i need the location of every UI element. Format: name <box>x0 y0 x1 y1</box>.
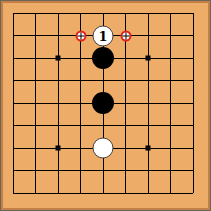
intersection[interactable] <box>47 182 70 205</box>
marker-line-v <box>125 32 126 39</box>
intersection[interactable] <box>24 114 47 137</box>
grid-line-v <box>35 92 36 115</box>
grid-line-v <box>125 92 126 115</box>
grid-line-v <box>58 159 59 182</box>
grid-line-h <box>13 170 24 171</box>
intersection[interactable] <box>137 2 160 25</box>
intersection[interactable] <box>182 159 205 182</box>
grid-line-v <box>58 69 59 92</box>
intersection[interactable] <box>24 92 47 115</box>
black-stone[interactable] <box>92 47 114 69</box>
intersection[interactable] <box>92 92 115 115</box>
intersection[interactable] <box>159 69 182 92</box>
grid-line-v <box>148 182 149 193</box>
intersection[interactable] <box>159 92 182 115</box>
intersection[interactable] <box>69 2 92 25</box>
intersection[interactable] <box>92 47 115 70</box>
grid-line-v <box>58 182 59 193</box>
intersection[interactable] <box>24 2 47 25</box>
intersection[interactable] <box>159 137 182 160</box>
grid-line-h <box>13 103 24 104</box>
board-grid: 1 <box>2 2 205 205</box>
grid-line-h <box>182 103 193 104</box>
intersection[interactable] <box>2 137 25 160</box>
intersection[interactable] <box>182 137 205 160</box>
intersection[interactable] <box>159 159 182 182</box>
grid-line-v <box>148 13 149 24</box>
intersection[interactable] <box>92 137 115 160</box>
grid-line-v <box>170 137 171 160</box>
intersection[interactable] <box>114 92 137 115</box>
intersection[interactable] <box>92 69 115 92</box>
grid-line-h <box>13 35 24 36</box>
grid-line-v <box>35 114 36 137</box>
intersection[interactable] <box>24 69 47 92</box>
grid-line-v <box>193 24 194 47</box>
grid-line-v <box>148 92 149 115</box>
intersection[interactable] <box>69 137 92 160</box>
intersection[interactable] <box>2 2 25 25</box>
grid-line-v <box>80 92 81 115</box>
intersection[interactable] <box>2 24 25 47</box>
intersection[interactable] <box>137 47 160 70</box>
grid-line-h <box>182 58 193 59</box>
grid-line-v <box>80 13 81 24</box>
grid-line-v <box>103 182 104 193</box>
intersection[interactable] <box>24 137 47 160</box>
intersection[interactable]: 1 <box>92 24 115 47</box>
intersection[interactable] <box>47 69 70 92</box>
grid-line-h <box>182 80 193 81</box>
intersection[interactable] <box>114 137 137 160</box>
intersection[interactable] <box>182 2 205 25</box>
intersection[interactable] <box>114 159 137 182</box>
grid-line-v <box>13 137 14 160</box>
grid-line-v <box>80 47 81 70</box>
intersection[interactable] <box>69 24 92 47</box>
intersection[interactable] <box>2 47 25 70</box>
grid-line-v <box>148 69 149 92</box>
grid-line-v <box>193 182 194 193</box>
intersection[interactable] <box>92 182 115 205</box>
intersection[interactable] <box>182 92 205 115</box>
intersection[interactable] <box>182 24 205 47</box>
intersection[interactable] <box>137 24 160 47</box>
intersection[interactable] <box>69 69 92 92</box>
grid-line-v <box>125 13 126 24</box>
grid-line-v <box>148 114 149 137</box>
grid-line-v <box>148 159 149 182</box>
grid-line-v <box>35 137 36 160</box>
grid-line-h <box>182 170 193 171</box>
grid-line-v <box>13 13 14 24</box>
grid-line-h <box>13 148 24 149</box>
grid-line-v <box>80 114 81 137</box>
go-board: 1 <box>0 0 211 211</box>
grid-line-v <box>125 137 126 160</box>
grid-line-v <box>13 182 14 193</box>
grid-line-v <box>13 69 14 92</box>
grid-line-v <box>170 114 171 137</box>
intersection[interactable] <box>182 182 205 205</box>
intersection[interactable] <box>137 159 160 182</box>
grid-line-h <box>182 125 193 126</box>
grid-line-v <box>58 24 59 47</box>
intersection[interactable] <box>159 47 182 70</box>
grid-line-v <box>125 47 126 70</box>
intersection[interactable] <box>159 182 182 205</box>
intersection[interactable] <box>69 92 92 115</box>
intersection[interactable] <box>182 114 205 137</box>
grid-line-v <box>193 92 194 115</box>
grid-line-h <box>182 148 193 149</box>
intersection[interactable] <box>2 92 25 115</box>
intersection[interactable] <box>159 24 182 47</box>
intersection[interactable] <box>92 114 115 137</box>
grid-line-v <box>35 69 36 92</box>
intersection[interactable] <box>47 137 70 160</box>
intersection[interactable] <box>69 159 92 182</box>
grid-line-v <box>193 47 194 70</box>
grid-line-h <box>182 13 193 14</box>
star-point <box>146 146 151 151</box>
grid-line-v <box>193 159 194 182</box>
grid-line-h <box>13 125 24 126</box>
grid-line-v <box>148 24 149 47</box>
intersection[interactable] <box>47 114 70 137</box>
intersection[interactable] <box>2 159 25 182</box>
intersection[interactable] <box>69 114 92 137</box>
intersection[interactable] <box>92 159 115 182</box>
grid-line-v <box>80 182 81 193</box>
grid-line-v <box>103 13 104 24</box>
grid-line-v <box>80 137 81 160</box>
intersection[interactable] <box>24 182 47 205</box>
grid-line-v <box>193 114 194 137</box>
intersection[interactable] <box>114 47 137 70</box>
grid-line-v <box>35 182 36 193</box>
grid-line-v <box>103 114 104 137</box>
grid-line-v <box>35 159 36 182</box>
grid-line-v <box>193 69 194 92</box>
intersection[interactable] <box>137 69 160 92</box>
grid-line-h <box>13 193 24 194</box>
grid-line-v <box>170 92 171 115</box>
intersection[interactable] <box>2 182 25 205</box>
grid-line-h <box>182 35 193 36</box>
stone-label: 1 <box>98 29 107 42</box>
star-point <box>56 146 61 151</box>
intersection[interactable] <box>69 47 92 70</box>
grid-line-v <box>170 159 171 182</box>
grid-line-v <box>170 47 171 70</box>
grid-line-v <box>125 69 126 92</box>
intersection[interactable] <box>114 2 137 25</box>
grid-line-v <box>58 114 59 137</box>
grid-line-v <box>13 47 14 70</box>
star-point <box>146 56 151 61</box>
grid-line-h <box>13 58 24 59</box>
intersection[interactable] <box>24 47 47 70</box>
grid-line-v <box>13 114 14 137</box>
marker-line-v <box>80 32 81 39</box>
circle-marker <box>75 30 86 41</box>
grid-line-v <box>58 13 59 24</box>
grid-line-v <box>35 47 36 70</box>
grid-line-v <box>80 159 81 182</box>
grid-line-v <box>58 92 59 115</box>
intersection[interactable] <box>24 24 47 47</box>
intersection[interactable] <box>24 159 47 182</box>
grid-line-v <box>80 69 81 92</box>
grid-line-v <box>170 182 171 193</box>
grid-line-v <box>125 159 126 182</box>
intersection[interactable] <box>92 2 115 25</box>
intersection[interactable] <box>69 182 92 205</box>
grid-line-v <box>103 69 104 92</box>
white-stone[interactable] <box>93 138 114 159</box>
intersection[interactable] <box>2 69 25 92</box>
intersection[interactable] <box>182 47 205 70</box>
intersection[interactable] <box>47 159 70 182</box>
intersection[interactable] <box>114 114 137 137</box>
intersection[interactable] <box>114 24 137 47</box>
grid-line-h <box>13 13 24 14</box>
intersection[interactable] <box>137 137 160 160</box>
circle-marker <box>120 30 131 41</box>
grid-line-v <box>170 13 171 24</box>
grid-line-v <box>125 114 126 137</box>
intersection[interactable] <box>47 47 70 70</box>
grid-line-v <box>13 24 14 47</box>
intersection[interactable] <box>159 2 182 25</box>
star-point <box>56 56 61 61</box>
grid-line-v <box>13 159 14 182</box>
intersection[interactable] <box>47 92 70 115</box>
intersection[interactable] <box>137 114 160 137</box>
grid-line-h <box>182 193 193 194</box>
intersection[interactable] <box>159 114 182 137</box>
grid-line-h <box>13 80 24 81</box>
grid-line-v <box>103 159 104 182</box>
intersection[interactable] <box>47 2 70 25</box>
grid-line-v <box>125 182 126 193</box>
intersection[interactable] <box>137 92 160 115</box>
grid-line-v <box>35 24 36 47</box>
grid-line-v <box>193 13 194 24</box>
intersection[interactable] <box>182 69 205 92</box>
grid-line-v <box>193 137 194 160</box>
intersection[interactable] <box>114 182 137 205</box>
grid-line-v <box>35 13 36 24</box>
grid-line-v <box>13 92 14 115</box>
intersection[interactable] <box>2 114 25 137</box>
white-stone[interactable]: 1 <box>93 25 114 46</box>
intersection[interactable] <box>114 69 137 92</box>
intersection[interactable] <box>137 182 160 205</box>
grid-line-v <box>170 24 171 47</box>
intersection[interactable] <box>47 24 70 47</box>
grid-line-v <box>170 69 171 92</box>
black-stone[interactable] <box>92 92 114 114</box>
